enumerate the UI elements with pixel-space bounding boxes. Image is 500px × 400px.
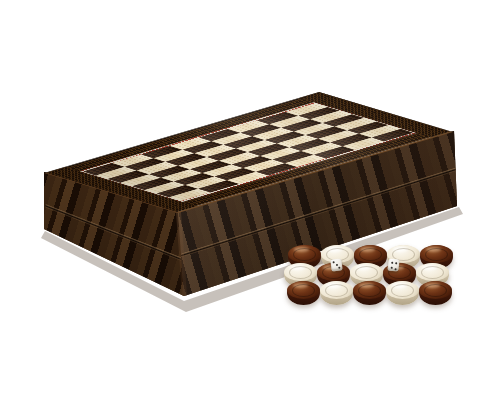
product-photo	[0, 0, 500, 400]
dice	[387, 258, 399, 271]
checker-brown	[353, 281, 386, 305]
checker-groove	[425, 248, 448, 261]
die-pip	[332, 261, 334, 263]
checker-cream	[386, 281, 419, 305]
checker-groove	[421, 266, 444, 279]
checker-groove	[359, 248, 382, 261]
die-pip	[390, 267, 392, 269]
checker-groove	[355, 266, 378, 279]
checker-groove	[358, 284, 381, 297]
checker-groove	[292, 284, 315, 297]
checker-brown	[419, 281, 452, 305]
checker-groove	[424, 284, 447, 297]
die-pip	[394, 262, 396, 264]
die-pip	[394, 268, 396, 270]
checker-cream	[320, 281, 353, 305]
checker-groove	[289, 266, 312, 279]
dice	[330, 258, 342, 271]
checkers-tray	[0, 0, 500, 400]
checker-groove	[391, 284, 414, 297]
checker-groove	[293, 248, 316, 261]
checker-brown	[287, 281, 320, 305]
checker-groove	[325, 284, 348, 297]
die-pip	[338, 267, 340, 269]
die-pip	[335, 264, 337, 266]
die-pip	[390, 261, 392, 263]
